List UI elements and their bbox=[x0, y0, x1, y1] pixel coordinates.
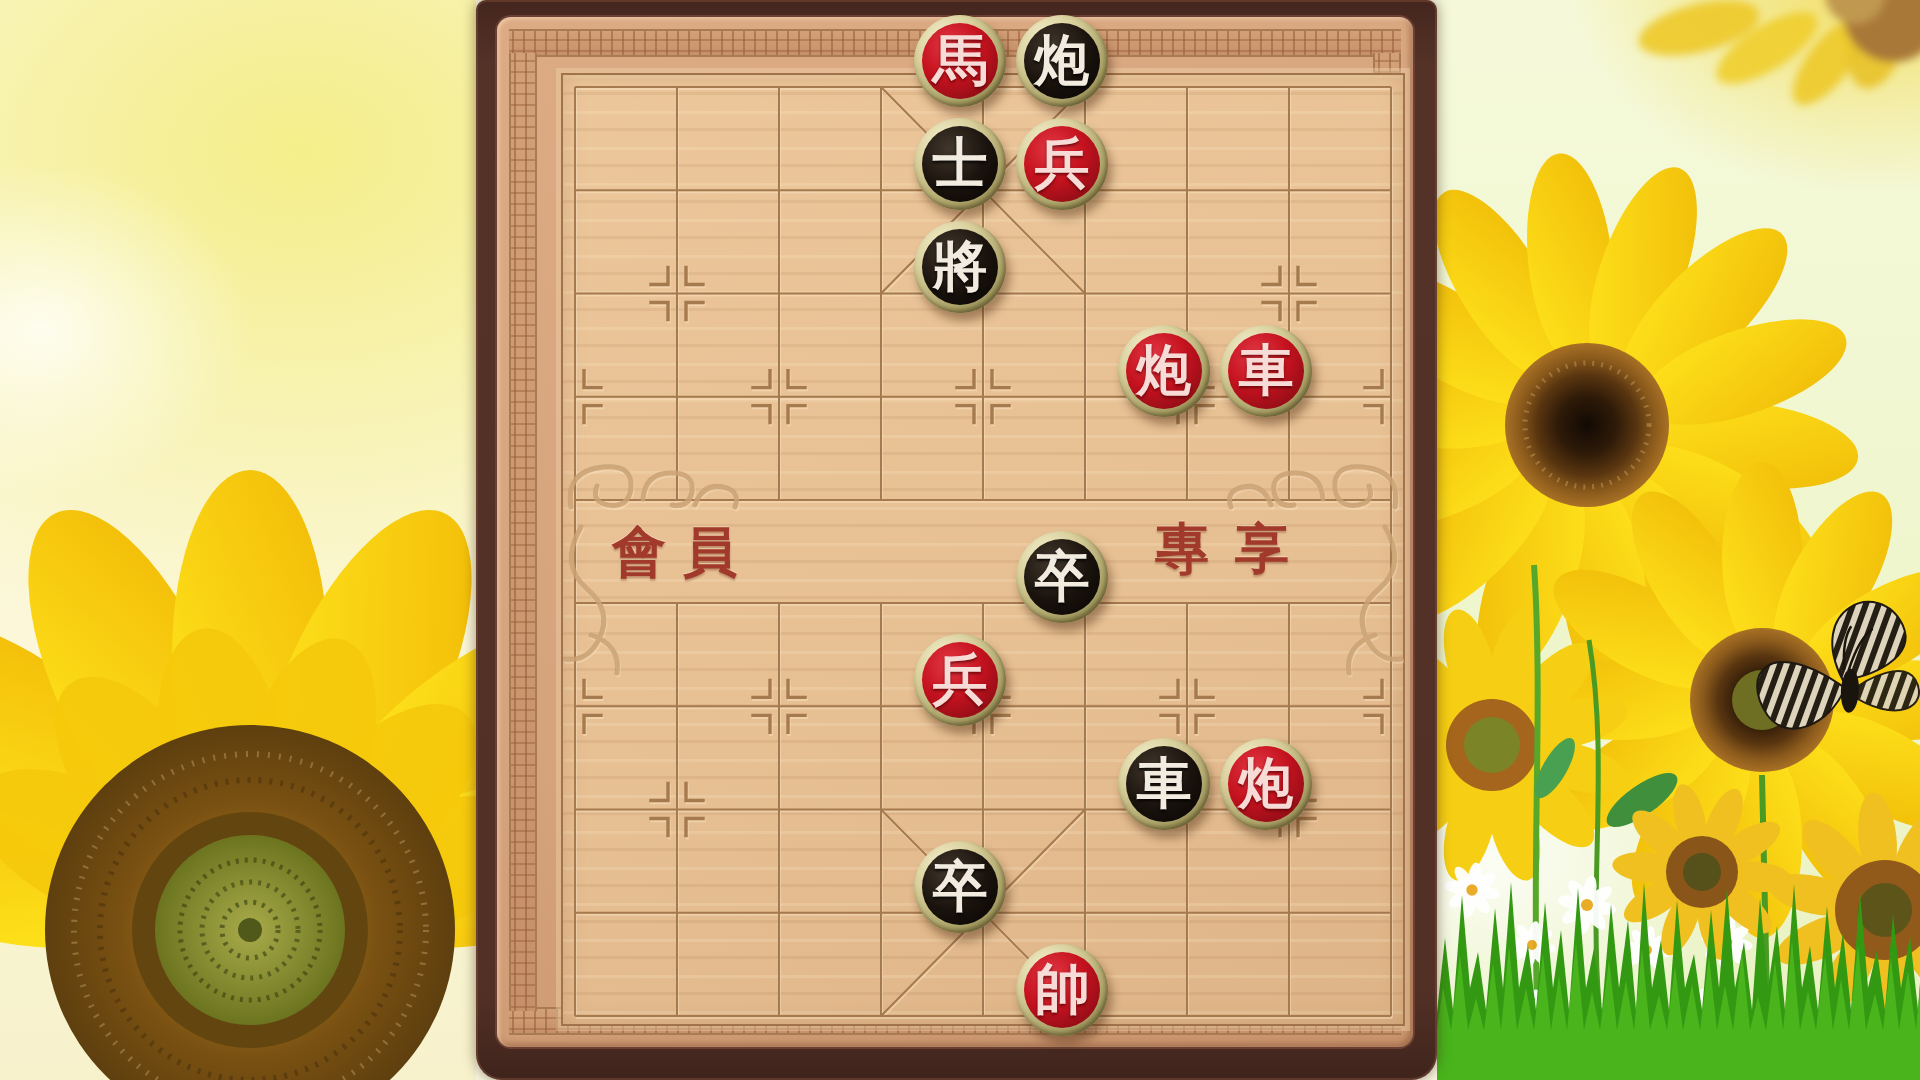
river-label-member: 會員 bbox=[612, 516, 754, 589]
river-label-exclusive: 專享 bbox=[1155, 513, 1315, 586]
piece-glyph: 車 bbox=[1126, 746, 1202, 822]
background-right-sunflowers bbox=[1437, 0, 1920, 1080]
piece-red-soldier-2[interactable]: 兵 bbox=[914, 634, 1006, 726]
piece-red-general[interactable]: 帥 bbox=[1016, 944, 1108, 1036]
piece-glyph: 炮 bbox=[1024, 23, 1100, 99]
piece-glyph: 卒 bbox=[922, 849, 998, 925]
piece-black-soldier-1[interactable]: 卒 bbox=[1016, 531, 1108, 623]
right-sunflowers-art bbox=[1437, 0, 1920, 1080]
piece-glyph: 將 bbox=[922, 229, 998, 305]
background-left-sunflower bbox=[0, 0, 476, 1080]
piece-red-horse[interactable]: 馬 bbox=[914, 15, 1006, 107]
piece-red-chariot[interactable]: 車 bbox=[1220, 325, 1312, 417]
piece-black-general[interactable]: 將 bbox=[914, 221, 1006, 313]
piece-red-cannon-2[interactable]: 炮 bbox=[1220, 738, 1312, 830]
piece-red-soldier-1[interactable]: 兵 bbox=[1016, 118, 1108, 210]
piece-black-soldier-2[interactable]: 卒 bbox=[914, 841, 1006, 933]
piece-glyph: 車 bbox=[1228, 333, 1304, 409]
piece-black-cannon-1[interactable]: 炮 bbox=[1016, 15, 1108, 107]
piece-glyph: 卒 bbox=[1024, 539, 1100, 615]
screen: 會員 專享 馬炮士兵將炮車卒兵車炮卒帥 bbox=[0, 0, 1920, 1080]
piece-glyph: 帥 bbox=[1024, 952, 1100, 1028]
piece-black-advisor[interactable]: 士 bbox=[914, 118, 1006, 210]
piece-glyph: 炮 bbox=[1126, 333, 1202, 409]
piece-glyph: 兵 bbox=[922, 642, 998, 718]
piece-glyph: 炮 bbox=[1228, 746, 1304, 822]
piece-glyph: 馬 bbox=[922, 23, 998, 99]
left-sunflower-art bbox=[0, 0, 476, 1080]
piece-glyph: 士 bbox=[922, 126, 998, 202]
piece-black-chariot[interactable]: 車 bbox=[1118, 738, 1210, 830]
piece-glyph: 兵 bbox=[1024, 126, 1100, 202]
meander-left bbox=[509, 53, 537, 1011]
piece-red-cannon-1[interactable]: 炮 bbox=[1118, 325, 1210, 417]
